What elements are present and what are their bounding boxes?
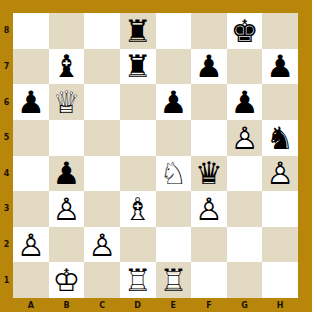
piece-black-pawn[interactable]: ♟ [227, 84, 263, 120]
square-e1[interactable]: ♜♖ [156, 262, 192, 298]
square-g3[interactable] [227, 191, 263, 227]
rank-labels: 87654321 [0, 13, 13, 298]
square-c4[interactable] [84, 156, 120, 192]
square-e4[interactable]: ♞♘ [156, 156, 192, 192]
file-label-c: C [84, 298, 120, 312]
piece-black-pawn[interactable]: ♟ [156, 84, 192, 120]
square-a2[interactable]: ♟♙ [13, 227, 49, 263]
file-label-e: E [156, 298, 192, 312]
file-label-f: F [191, 298, 227, 312]
square-g1[interactable] [227, 262, 263, 298]
square-c7[interactable] [84, 49, 120, 85]
piece-white-pawn[interactable]: ♟♙ [227, 120, 263, 156]
square-b6[interactable]: ♛♕ [49, 84, 85, 120]
square-f6[interactable] [191, 84, 227, 120]
square-d7[interactable]: ♜ [120, 49, 156, 85]
rank-label-6: 6 [0, 84, 13, 120]
rank-label-8: 8 [0, 13, 13, 49]
piece-white-king[interactable]: ♚♔ [49, 262, 85, 298]
square-c6[interactable] [84, 84, 120, 120]
square-h3[interactable] [262, 191, 298, 227]
piece-white-rook[interactable]: ♜♖ [120, 262, 156, 298]
square-g4[interactable] [227, 156, 263, 192]
piece-black-pawn[interactable]: ♟ [13, 84, 49, 120]
square-c1[interactable] [84, 262, 120, 298]
piece-black-pawn[interactable]: ♟ [262, 49, 298, 85]
square-g7[interactable] [227, 49, 263, 85]
square-d3[interactable]: ♝♗ [120, 191, 156, 227]
square-d2[interactable] [120, 227, 156, 263]
piece-white-pawn[interactable]: ♟♙ [13, 227, 49, 263]
square-e3[interactable] [156, 191, 192, 227]
piece-white-queen[interactable]: ♛♕ [49, 84, 85, 120]
square-f7[interactable]: ♟ [191, 49, 227, 85]
square-c2[interactable]: ♟♙ [84, 227, 120, 263]
piece-white-knight[interactable]: ♞♘ [156, 156, 192, 192]
square-b1[interactable]: ♚♔ [49, 262, 85, 298]
square-b3[interactable]: ♟♙ [49, 191, 85, 227]
square-f4[interactable]: ♛ [191, 156, 227, 192]
square-b2[interactable] [49, 227, 85, 263]
square-d8[interactable]: ♜ [120, 13, 156, 49]
square-a8[interactable] [13, 13, 49, 49]
square-a7[interactable] [13, 49, 49, 85]
square-e7[interactable] [156, 49, 192, 85]
rank-label-5: 5 [0, 120, 13, 156]
square-e8[interactable] [156, 13, 192, 49]
piece-white-bishop[interactable]: ♝♗ [120, 191, 156, 227]
square-d1[interactable]: ♜♖ [120, 262, 156, 298]
chess-board: ♜♚♝♜♟♟♟♛♕♟♟♟♙♞♟♞♘♛♟♙♟♙♝♗♟♙♟♙♟♙♚♔♜♖♜♖ [13, 13, 298, 298]
piece-black-rook[interactable]: ♜ [120, 49, 156, 85]
piece-black-rook[interactable]: ♜ [120, 13, 156, 49]
square-e6[interactable]: ♟ [156, 84, 192, 120]
square-c3[interactable] [84, 191, 120, 227]
piece-black-queen[interactable]: ♛ [191, 156, 227, 192]
rank-label-7: 7 [0, 49, 13, 85]
chess-board-frame: ♜♚♝♜♟♟♟♛♕♟♟♟♙♞♟♞♘♛♟♙♟♙♝♗♟♙♟♙♟♙♚♔♜♖♜♖ 876… [0, 0, 312, 312]
file-label-h: H [262, 298, 298, 312]
square-c8[interactable] [84, 13, 120, 49]
file-label-g: G [227, 298, 263, 312]
square-h1[interactable] [262, 262, 298, 298]
square-f2[interactable] [191, 227, 227, 263]
square-h8[interactable] [262, 13, 298, 49]
square-b5[interactable] [49, 120, 85, 156]
square-h6[interactable] [262, 84, 298, 120]
square-c5[interactable] [84, 120, 120, 156]
rank-label-1: 1 [0, 262, 13, 298]
square-f3[interactable]: ♟♙ [191, 191, 227, 227]
square-d6[interactable] [120, 84, 156, 120]
piece-white-pawn[interactable]: ♟♙ [191, 191, 227, 227]
piece-white-pawn[interactable]: ♟♙ [84, 227, 120, 263]
file-label-b: B [49, 298, 85, 312]
square-b4[interactable]: ♟ [49, 156, 85, 192]
square-d4[interactable] [120, 156, 156, 192]
square-e5[interactable] [156, 120, 192, 156]
square-a4[interactable] [13, 156, 49, 192]
piece-black-king[interactable]: ♚ [227, 13, 263, 49]
piece-black-pawn[interactable]: ♟ [191, 49, 227, 85]
file-label-a: A [13, 298, 49, 312]
rank-label-4: 4 [0, 156, 13, 192]
square-h5[interactable]: ♞ [262, 120, 298, 156]
square-d5[interactable] [120, 120, 156, 156]
square-e2[interactable] [156, 227, 192, 263]
piece-black-bishop[interactable]: ♝ [49, 49, 85, 85]
piece-white-pawn[interactable]: ♟♙ [49, 191, 85, 227]
piece-black-knight[interactable]: ♞ [262, 120, 298, 156]
square-a3[interactable] [13, 191, 49, 227]
piece-black-pawn[interactable]: ♟ [49, 156, 85, 192]
square-g6[interactable]: ♟ [227, 84, 263, 120]
square-g2[interactable] [227, 227, 263, 263]
square-a1[interactable] [13, 262, 49, 298]
piece-white-rook[interactable]: ♜♖ [156, 262, 192, 298]
square-a5[interactable] [13, 120, 49, 156]
square-g8[interactable]: ♚ [227, 13, 263, 49]
square-h7[interactable]: ♟ [262, 49, 298, 85]
piece-white-pawn[interactable]: ♟♙ [262, 156, 298, 192]
rank-label-3: 3 [0, 191, 13, 227]
square-a6[interactable]: ♟ [13, 84, 49, 120]
file-label-d: D [120, 298, 156, 312]
square-h2[interactable] [262, 227, 298, 263]
square-f8[interactable] [191, 13, 227, 49]
square-g5[interactable]: ♟♙ [227, 120, 263, 156]
square-h4[interactable]: ♟♙ [262, 156, 298, 192]
file-labels: ABCDEFGH [13, 298, 298, 312]
square-f1[interactable] [191, 262, 227, 298]
square-b8[interactable] [49, 13, 85, 49]
square-f5[interactable] [191, 120, 227, 156]
square-b7[interactable]: ♝ [49, 49, 85, 85]
rank-label-2: 2 [0, 227, 13, 263]
